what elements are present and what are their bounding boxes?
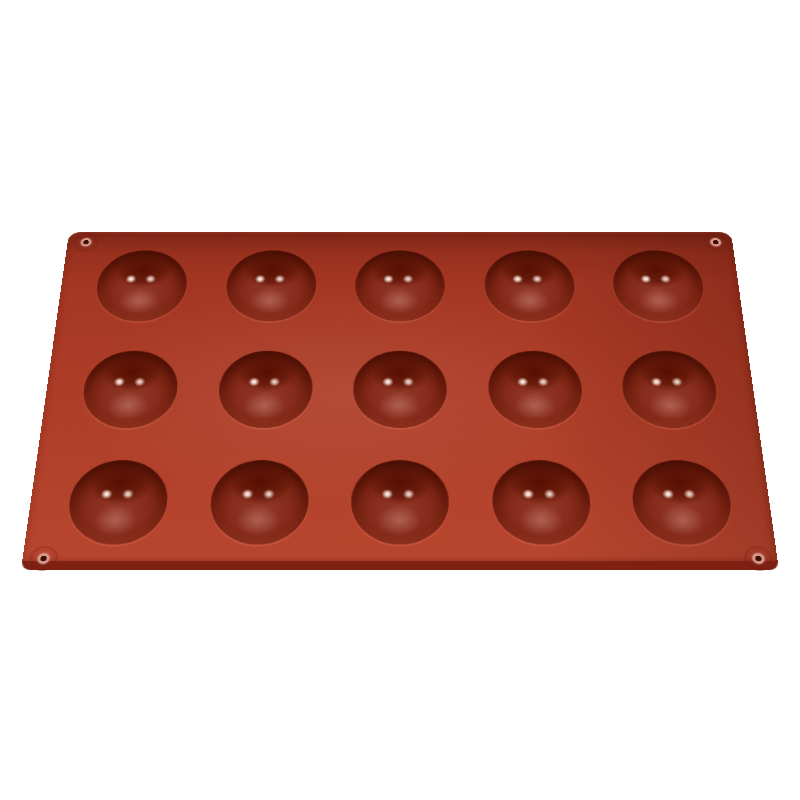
mold-cavity-r1-c3 — [355, 250, 446, 321]
corner-hanging-hole-bottom-right — [743, 546, 774, 571]
mold-cavity-r3-c1 — [64, 460, 171, 544]
mold-cavity-r1-c4 — [483, 250, 576, 321]
silicone-mold-tray — [21, 232, 779, 570]
mold-cavity-r3-c5 — [629, 460, 736, 544]
mold-cavity-r1-c2 — [224, 250, 317, 321]
product-photo-background — [0, 0, 800, 800]
mold-cavity-r2-c2 — [216, 351, 313, 428]
mold-cavity-r1-c5 — [610, 250, 707, 321]
mold-cavity-r2-c1 — [79, 351, 181, 428]
mold-cavity-r3-c3 — [350, 460, 449, 544]
mold-cavity-r1-c1 — [93, 250, 190, 321]
mold-cavity-r3-c2 — [207, 460, 309, 544]
mold-cavity-r3-c4 — [491, 460, 593, 544]
corner-hanging-hole-bottom-left — [28, 546, 59, 571]
mold-cavity-r2-c3 — [353, 351, 448, 428]
corner-hanging-hole-top-left — [72, 233, 99, 252]
mold-scene — [21, 134, 779, 570]
mold-cavity-r2-c5 — [619, 351, 721, 428]
corner-hanging-hole-top-right — [702, 233, 729, 252]
mold-cavity-r2-c4 — [487, 351, 584, 428]
